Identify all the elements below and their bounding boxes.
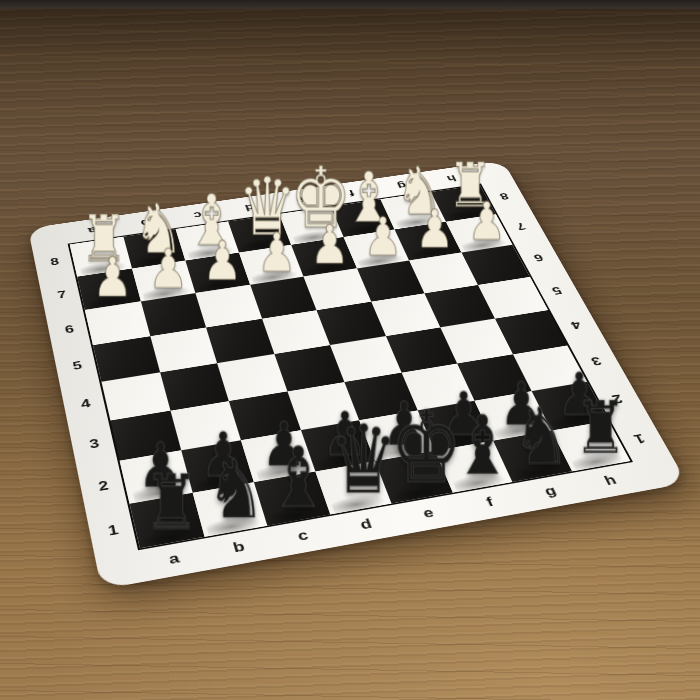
rank-label: 8 [37, 244, 73, 281]
piece-black-knight[interactable]: ♞ [510, 397, 572, 475]
piece-black-rook[interactable]: ♜ [569, 392, 631, 464]
piece-black-bishop[interactable]: ♝ [266, 435, 330, 518]
square-e4[interactable] [330, 336, 401, 382]
square-e6[interactable] [303, 268, 370, 310]
piece-shadow [409, 244, 458, 261]
rank-label: 7 [44, 276, 81, 314]
rank-label: 5 [533, 271, 580, 309]
piece-white-pawn[interactable]: ♟ [84, 250, 140, 305]
square-e5[interactable] [316, 301, 385, 345]
square-d8[interactable]: ♛ [228, 214, 291, 252]
square-a7[interactable]: ♟ [77, 268, 140, 310]
piece-shadow [460, 236, 509, 253]
square-d7[interactable]: ♟ [238, 245, 303, 285]
square-f7[interactable]: ♟ [343, 229, 409, 268]
square-b8[interactable]: ♞ [123, 229, 185, 268]
piece-shadow [292, 228, 340, 245]
file-label: d [221, 196, 278, 219]
square-g4[interactable] [440, 319, 512, 364]
piece-shadow [343, 221, 391, 238]
square-e8[interactable]: ♚ [279, 207, 343, 245]
square-a6[interactable] [85, 301, 150, 345]
file-label: g [373, 174, 430, 197]
piece-shadow [251, 267, 300, 285]
piece-shadow [87, 292, 136, 311]
square-e7[interactable]: ♟ [291, 237, 357, 277]
square-c6[interactable] [195, 285, 261, 328]
piece-white-pawn[interactable]: ♟ [302, 218, 357, 271]
rank-label: 4 [66, 382, 107, 426]
board-scene: abcdefgh 87654321 87654321 abcdefgh ♜♞♝♛… [0, 0, 700, 700]
piece-shadow [239, 236, 287, 253]
square-b6[interactable] [140, 293, 206, 336]
square-d6[interactable] [250, 277, 317, 319]
square-c8[interactable]: ♝ [176, 221, 239, 260]
rank-label: 4 [552, 305, 601, 345]
rank-label: 6 [51, 310, 89, 350]
piece-shadow [445, 206, 493, 222]
piece-shadow [187, 244, 235, 261]
file-label: a [64, 218, 121, 242]
square-c5[interactable] [206, 319, 274, 364]
piece-white-pawn[interactable]: ♟ [140, 242, 196, 296]
piece-white-pawn[interactable]: ♟ [249, 226, 304, 280]
piece-black-knight[interactable]: ♞ [203, 449, 268, 530]
board-grid: ♜♞♝♛♚♝♞♜♟♟♟♟♟♟♟♟♟♟♟♟♟♟♟♟♜♞♝♛♚♝♞♜ [68, 184, 633, 551]
rank-label: 6 [516, 239, 562, 275]
piece-shadow [304, 259, 353, 277]
file-label: b [117, 211, 174, 235]
file-label: c [169, 203, 226, 227]
square-g8[interactable]: ♞ [381, 192, 446, 229]
rank-label: 8 [483, 179, 526, 212]
file-label: h [423, 167, 480, 189]
rank-label: 7 [499, 209, 543, 244]
piece-white-pawn[interactable]: ♟ [195, 234, 250, 288]
square-f5[interactable] [371, 293, 441, 336]
square-a8[interactable]: ♜ [70, 237, 132, 277]
piece-white-pawn[interactable]: ♟ [407, 202, 461, 255]
files-top: abcdefgh [64, 167, 481, 242]
file-label: e [272, 189, 329, 212]
piece-black-rook[interactable]: ♜ [139, 465, 204, 541]
piece-shadow [133, 251, 181, 269]
square-g5[interactable] [424, 285, 494, 328]
piece-shadow [197, 276, 246, 294]
square-b7[interactable]: ♟ [132, 260, 196, 301]
chess-mat: abcdefgh 87654321 87654321 abcdefgh ♜♞♝♛… [28, 160, 687, 589]
piece-black-queen[interactable]: ♛ [328, 413, 392, 508]
piece-black-king[interactable]: ♚ [390, 397, 453, 496]
piece-shadow [79, 259, 127, 277]
square-d5[interactable] [262, 310, 330, 354]
square-c7[interactable]: ♟ [185, 252, 249, 293]
square-a1[interactable]: ♜ [130, 493, 205, 549]
piece-shadow [394, 213, 442, 230]
square-g6[interactable] [409, 252, 477, 293]
square-g7[interactable]: ♟ [394, 222, 461, 261]
piece-shadow [142, 284, 191, 302]
square-f8[interactable]: ♝ [330, 199, 394, 237]
piece-white-pawn[interactable]: ♟ [355, 210, 409, 263]
piece-shadow [357, 252, 406, 270]
file-label: f [323, 182, 380, 205]
square-a5[interactable] [93, 336, 160, 382]
square-f6[interactable] [357, 260, 425, 301]
